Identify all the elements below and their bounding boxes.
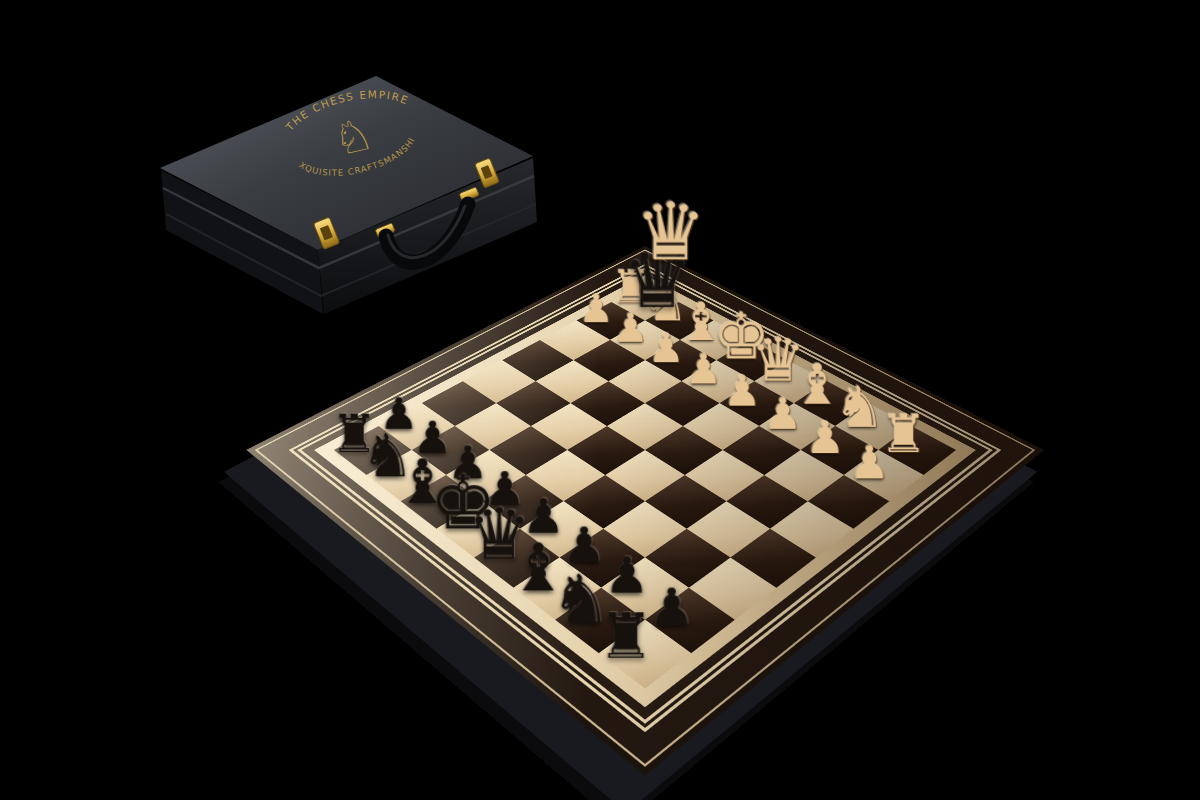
black-rook-a8: ♜ — [593, 605, 659, 667]
chess-board: ♜♞♝♚♛♝♞♜♟♟♟♟♟♟♟♟♟♟♟♟♟♟♟♟♜♞♝♚♛♝♞♜ ♛♛ — [314, 275, 976, 707]
storage-case: THE CHESS EMPIRE EXQUISITE CRAFTSMANSHIP… — [148, 18, 552, 332]
white-pawn-a2: ♟ — [841, 440, 898, 485]
storage-case-graphic: THE CHESS EMPIRE EXQUISITE CRAFTSMANSHIP… — [148, 18, 552, 332]
product-photo-scene: THE CHESS EMPIRE EXQUISITE CRAFTSMANSHIP… — [0, 0, 1200, 800]
square-e4 — [607, 403, 683, 450]
board-grid: ♜♞♝♚♛♝♞♜♟♟♟♟♟♟♟♟♟♟♟♟♟♟♟♟♜♞♝♚♛♝♞♜ — [314, 275, 976, 707]
